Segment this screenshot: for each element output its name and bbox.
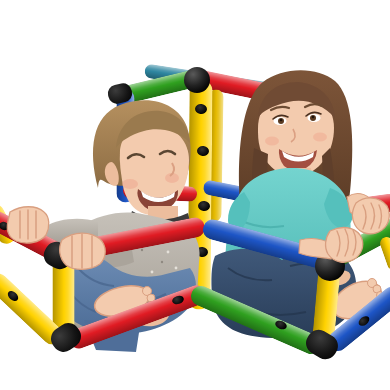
girl-right-hand: [347, 194, 389, 234]
children-hands-overlay: [0, 0, 390, 390]
product-photo: [0, 0, 390, 390]
boy-right-hand: [60, 233, 106, 269]
girl-left-hand: [299, 228, 363, 263]
boy-left-hand: [7, 207, 49, 243]
